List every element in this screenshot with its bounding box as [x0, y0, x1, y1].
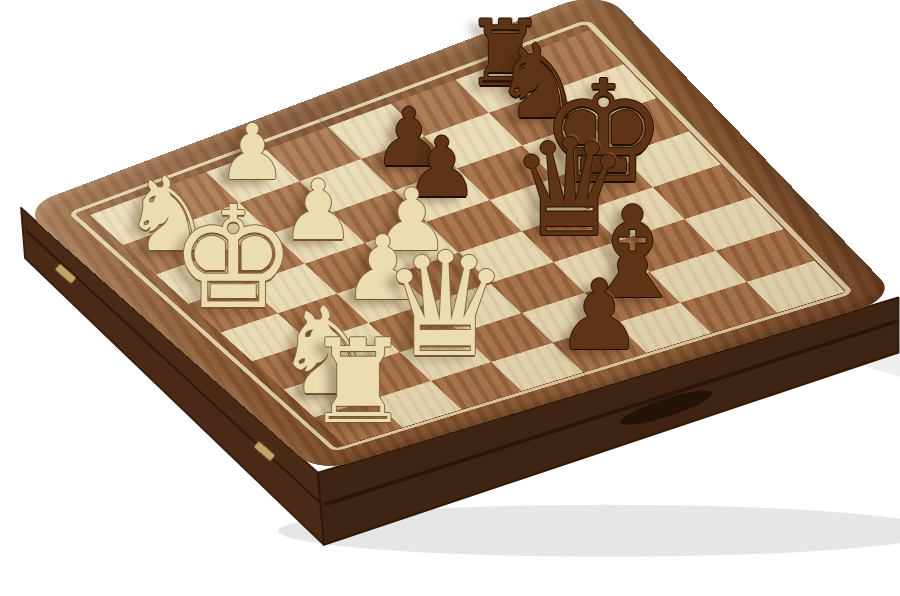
- product-photo-chess-box: ♜♞♟♟♚♛♝♟♟♞♟♚♟♟♛♞♜: [0, 0, 900, 596]
